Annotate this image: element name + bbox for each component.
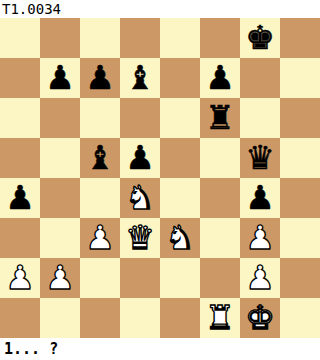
piece-white-pawn[interactable]: ♟ [245, 258, 275, 298]
square-f1[interactable]: ♜ [200, 298, 240, 338]
piece-black-pawn[interactable]: ♟ [45, 58, 75, 98]
square-h2[interactable] [280, 258, 320, 298]
square-h5[interactable] [280, 138, 320, 178]
square-b6[interactable] [40, 98, 80, 138]
square-g5[interactable]: ♛ [240, 138, 280, 178]
square-e3[interactable]: ♞ [160, 218, 200, 258]
piece-white-pawn[interactable]: ♟ [5, 258, 35, 298]
piece-black-pawn[interactable]: ♟ [205, 58, 235, 98]
square-b7[interactable]: ♟ [40, 58, 80, 98]
square-g1[interactable]: ♚ [240, 298, 280, 338]
piece-black-queen[interactable]: ♛ [245, 138, 275, 178]
piece-white-rook[interactable]: ♜ [205, 298, 235, 338]
square-h3[interactable] [280, 218, 320, 258]
square-g6[interactable] [240, 98, 280, 138]
square-a6[interactable] [0, 98, 40, 138]
square-d6[interactable] [120, 98, 160, 138]
square-d1[interactable] [120, 298, 160, 338]
square-a3[interactable] [0, 218, 40, 258]
square-c8[interactable] [80, 18, 120, 58]
square-e5[interactable] [160, 138, 200, 178]
square-f3[interactable] [200, 218, 240, 258]
square-c1[interactable] [80, 298, 120, 338]
piece-black-king[interactable]: ♚ [245, 18, 275, 58]
square-g7[interactable] [240, 58, 280, 98]
square-g3[interactable]: ♟ [240, 218, 280, 258]
square-b3[interactable] [40, 218, 80, 258]
piece-white-knight[interactable]: ♞ [165, 218, 195, 258]
square-c7[interactable]: ♟ [80, 58, 120, 98]
piece-white-king[interactable]: ♚ [245, 298, 275, 338]
square-h8[interactable] [280, 18, 320, 58]
piece-black-rook[interactable]: ♜ [205, 98, 235, 138]
square-d5[interactable]: ♟ [120, 138, 160, 178]
square-h6[interactable] [280, 98, 320, 138]
square-a1[interactable] [0, 298, 40, 338]
square-h7[interactable] [280, 58, 320, 98]
square-f4[interactable] [200, 178, 240, 218]
square-e7[interactable] [160, 58, 200, 98]
square-e8[interactable] [160, 18, 200, 58]
square-e6[interactable] [160, 98, 200, 138]
square-a8[interactable] [0, 18, 40, 58]
square-a5[interactable] [0, 138, 40, 178]
piece-white-knight[interactable]: ♞ [125, 178, 155, 218]
square-b8[interactable] [40, 18, 80, 58]
piece-black-pawn[interactable]: ♟ [125, 138, 155, 178]
square-e4[interactable] [160, 178, 200, 218]
move-prompt-bar: 1... ? [0, 338, 320, 360]
piece-white-pawn[interactable]: ♟ [245, 218, 275, 258]
piece-white-queen[interactable]: ♛ [125, 218, 155, 258]
square-c5[interactable]: ♝ [80, 138, 120, 178]
piece-black-bishop[interactable]: ♝ [125, 58, 155, 98]
square-b2[interactable]: ♟ [40, 258, 80, 298]
square-f7[interactable]: ♟ [200, 58, 240, 98]
move-prompt: 1... ? [4, 340, 58, 358]
square-f8[interactable] [200, 18, 240, 58]
square-g4[interactable]: ♟ [240, 178, 280, 218]
square-a2[interactable]: ♟ [0, 258, 40, 298]
piece-white-pawn[interactable]: ♟ [85, 218, 115, 258]
square-a7[interactable] [0, 58, 40, 98]
square-d3[interactable]: ♛ [120, 218, 160, 258]
square-h4[interactable] [280, 178, 320, 218]
square-h1[interactable] [280, 298, 320, 338]
square-f6[interactable]: ♜ [200, 98, 240, 138]
square-g8[interactable]: ♚ [240, 18, 280, 58]
square-e1[interactable] [160, 298, 200, 338]
square-g2[interactable]: ♟ [240, 258, 280, 298]
square-c2[interactable] [80, 258, 120, 298]
square-c3[interactable]: ♟ [80, 218, 120, 258]
square-b1[interactable] [40, 298, 80, 338]
square-c4[interactable] [80, 178, 120, 218]
square-e2[interactable] [160, 258, 200, 298]
square-c6[interactable] [80, 98, 120, 138]
piece-black-bishop[interactable]: ♝ [85, 138, 115, 178]
piece-black-pawn[interactable]: ♟ [245, 178, 275, 218]
square-d7[interactable]: ♝ [120, 58, 160, 98]
square-b4[interactable] [40, 178, 80, 218]
square-b5[interactable] [40, 138, 80, 178]
square-a4[interactable]: ♟ [0, 178, 40, 218]
puzzle-id: T1.0034 [2, 1, 61, 17]
chess-board: ♚♟♟♝♟♜♝♟♛♟♞♟♟♛♞♟♟♟♟♜♚ [0, 18, 320, 338]
puzzle-title-bar: T1.0034 [0, 0, 320, 18]
square-f5[interactable] [200, 138, 240, 178]
square-d8[interactable] [120, 18, 160, 58]
piece-black-pawn[interactable]: ♟ [5, 178, 35, 218]
square-f2[interactable] [200, 258, 240, 298]
square-d2[interactable] [120, 258, 160, 298]
piece-black-pawn[interactable]: ♟ [85, 58, 115, 98]
square-d4[interactable]: ♞ [120, 178, 160, 218]
piece-white-pawn[interactable]: ♟ [45, 258, 75, 298]
